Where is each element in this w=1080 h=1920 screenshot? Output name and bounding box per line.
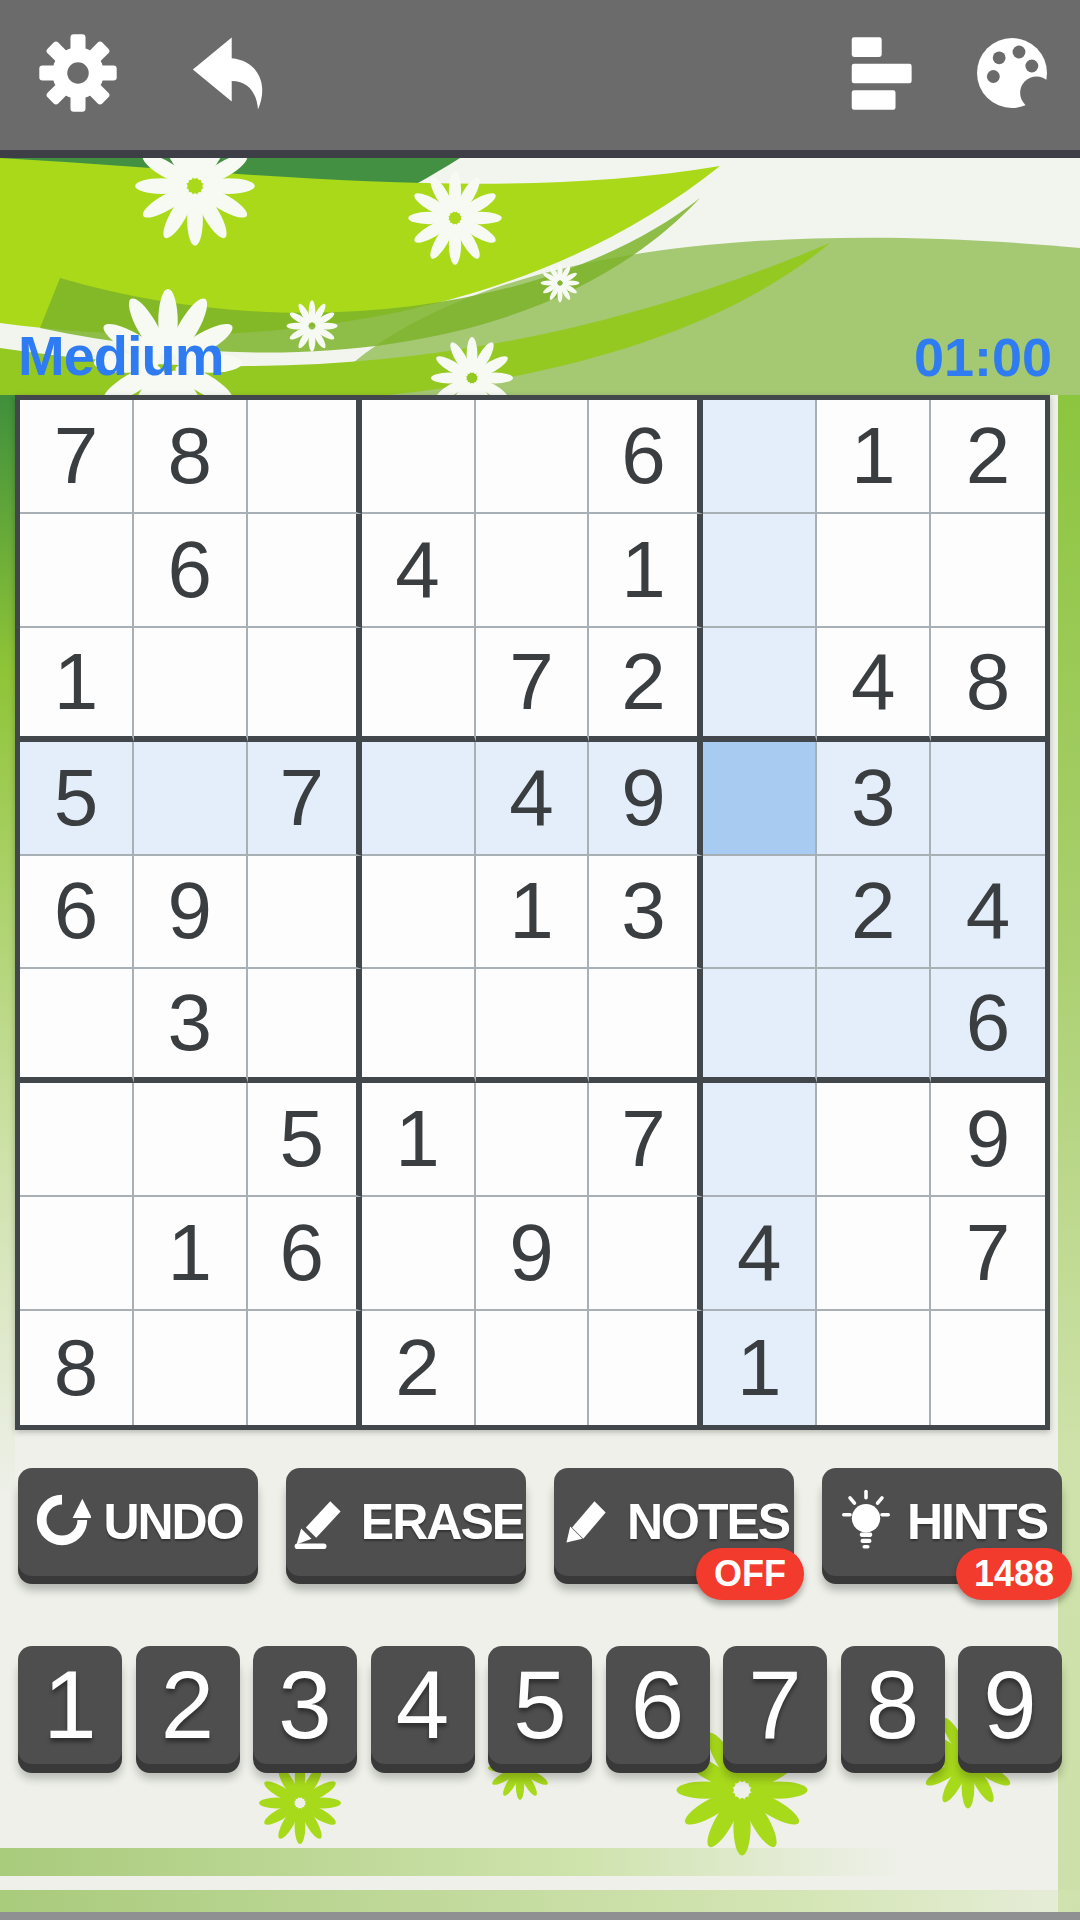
cell-r2c1[interactable] — [20, 514, 134, 628]
undo-circular-arrow-icon — [33, 1491, 91, 1553]
cell-r3c9[interactable]: 8 — [931, 628, 1045, 742]
toolbar-divider — [0, 150, 1080, 158]
notes-off-badge: OFF — [696, 1548, 804, 1600]
cell-r5c4[interactable] — [362, 856, 476, 970]
cell-r6c5[interactable] — [476, 969, 590, 1083]
cell-r5c6[interactable]: 3 — [589, 856, 703, 970]
stats-bars-icon — [849, 35, 919, 115]
cell-r9c5[interactable] — [476, 1311, 590, 1425]
sudoku-board: 78612641172485749369132436517916947821 — [15, 395, 1050, 1430]
cell-r5c8[interactable]: 2 — [817, 856, 931, 970]
cell-r2c4[interactable]: 4 — [362, 514, 476, 628]
left-art-strip — [0, 395, 15, 1495]
theme-button[interactable] — [952, 15, 1072, 135]
numpad-button-3[interactable]: 3 — [253, 1646, 357, 1764]
erase-button[interactable]: ERASE — [286, 1468, 526, 1576]
cell-r3c7[interactable] — [703, 628, 817, 742]
undo-button[interactable]: UNDO — [18, 1468, 258, 1576]
numpad-button-9[interactable]: 9 — [958, 1646, 1062, 1764]
toolbar — [0, 0, 1080, 150]
cell-r2c5[interactable] — [476, 514, 590, 628]
undo-arrow-icon — [186, 33, 266, 117]
cell-r4c5[interactable]: 4 — [476, 742, 590, 856]
number-pad: 123456789 — [0, 1646, 1080, 1764]
cell-r2c3[interactable] — [248, 514, 362, 628]
cell-r6c1[interactable] — [20, 969, 134, 1083]
cell-r6c6[interactable] — [589, 969, 703, 1083]
numpad-button-1[interactable]: 1 — [18, 1646, 122, 1764]
notes-button[interactable]: NOTES OFF — [554, 1468, 794, 1576]
status-row: Medium 01:00 — [0, 312, 1080, 392]
cell-r8c5[interactable]: 9 — [476, 1197, 590, 1311]
cell-r4c2[interactable] — [134, 742, 248, 856]
cell-r3c3[interactable] — [248, 628, 362, 742]
erase-label: ERASE — [361, 1493, 523, 1551]
cell-r7c9[interactable]: 9 — [931, 1083, 1045, 1197]
cell-r5c2[interactable]: 9 — [134, 856, 248, 970]
cell-r6c2[interactable]: 3 — [134, 969, 248, 1083]
cell-r3c4[interactable] — [362, 628, 476, 742]
cell-r5c7[interactable] — [703, 856, 817, 970]
lightbulb-icon — [837, 1488, 895, 1556]
timer: 01:00 — [914, 326, 1052, 388]
cell-r1c5[interactable] — [476, 400, 590, 514]
hints-button[interactable]: HINTS 1488 — [822, 1468, 1062, 1576]
action-bar: UNDO ERASE NOTES OFF — [0, 1468, 1080, 1576]
difficulty-label: Medium — [18, 323, 224, 388]
cell-r9c7[interactable]: 1 — [703, 1311, 817, 1425]
eraser-pencil-icon — [289, 1490, 349, 1554]
cell-r6c8[interactable] — [817, 969, 931, 1083]
numpad-button-6[interactable]: 6 — [606, 1646, 710, 1764]
cell-r9c3[interactable] — [248, 1311, 362, 1425]
cell-r5c9[interactable]: 4 — [931, 856, 1045, 970]
cell-r8c9[interactable]: 7 — [931, 1197, 1045, 1311]
numpad-button-5[interactable]: 5 — [488, 1646, 592, 1764]
cell-r1c3[interactable] — [248, 400, 362, 514]
cell-r4c8[interactable]: 3 — [817, 742, 931, 856]
numpad-button-8[interactable]: 8 — [841, 1646, 945, 1764]
cell-r1c4[interactable] — [362, 400, 476, 514]
cell-r7c1[interactable] — [20, 1083, 134, 1197]
cell-r3c6[interactable]: 2 — [589, 628, 703, 742]
numpad-button-2[interactable]: 2 — [136, 1646, 240, 1764]
cell-r7c3[interactable]: 5 — [248, 1083, 362, 1197]
cell-r3c1[interactable]: 1 — [20, 628, 134, 742]
cell-r1c9[interactable]: 2 — [931, 400, 1045, 514]
cell-r8c4[interactable] — [362, 1197, 476, 1311]
gear-icon — [35, 30, 121, 120]
cell-r8c3[interactable]: 6 — [248, 1197, 362, 1311]
cell-r9c8[interactable] — [817, 1311, 931, 1425]
palette-icon — [970, 31, 1054, 119]
cell-r8c8[interactable] — [817, 1197, 931, 1311]
notes-label: NOTES — [627, 1493, 789, 1551]
cell-r1c8[interactable]: 1 — [817, 400, 931, 514]
cell-r8c7[interactable]: 4 — [703, 1197, 817, 1311]
cell-r9c2[interactable] — [134, 1311, 248, 1425]
cell-r7c8[interactable] — [817, 1083, 931, 1197]
cell-r4c3[interactable]: 7 — [248, 742, 362, 856]
cell-r1c7[interactable] — [703, 400, 817, 514]
cell-r2c9[interactable] — [931, 514, 1045, 628]
cell-r1c2[interactable]: 8 — [134, 400, 248, 514]
cell-r2c8[interactable] — [817, 514, 931, 628]
cell-r8c6[interactable] — [589, 1197, 703, 1311]
cell-r6c4[interactable] — [362, 969, 476, 1083]
settings-button[interactable] — [18, 15, 138, 135]
cell-r5c1[interactable]: 6 — [20, 856, 134, 970]
cell-r7c5[interactable] — [476, 1083, 590, 1197]
cell-r3c5[interactable]: 7 — [476, 628, 590, 742]
stats-button[interactable] — [824, 15, 944, 135]
cell-r1c6[interactable]: 6 — [589, 400, 703, 514]
hints-label: HINTS — [907, 1493, 1047, 1551]
cell-r2c6[interactable]: 1 — [589, 514, 703, 628]
cell-r3c8[interactable]: 4 — [817, 628, 931, 742]
cell-r4c4[interactable] — [362, 742, 476, 856]
cell-r9c6[interactable] — [589, 1311, 703, 1425]
cell-r5c3[interactable] — [248, 856, 362, 970]
cell-r2c7[interactable] — [703, 514, 817, 628]
cell-r3c2[interactable] — [134, 628, 248, 742]
hints-count-badge: 1488 — [956, 1548, 1072, 1600]
cell-r9c4[interactable]: 2 — [362, 1311, 476, 1425]
cell-r6c9[interactable]: 6 — [931, 969, 1045, 1083]
numpad-button-4[interactable]: 4 — [371, 1646, 475, 1764]
cell-r4c7[interactable] — [703, 742, 817, 856]
cell-r4c1[interactable]: 5 — [20, 742, 134, 856]
cell-r8c2[interactable]: 1 — [134, 1197, 248, 1311]
cell-r7c7[interactable] — [703, 1083, 817, 1197]
cell-r1c1[interactable]: 7 — [20, 400, 134, 514]
cell-r8c1[interactable] — [20, 1197, 134, 1311]
cell-r9c9[interactable] — [931, 1311, 1045, 1425]
cell-r7c4[interactable]: 1 — [362, 1083, 476, 1197]
cell-r4c6[interactable]: 9 — [589, 742, 703, 856]
undo-label: UNDO — [103, 1493, 242, 1551]
cell-r2c2[interactable]: 6 — [134, 514, 248, 628]
numpad-button-7[interactable]: 7 — [723, 1646, 827, 1764]
cell-r6c3[interactable] — [248, 969, 362, 1083]
cell-r6c7[interactable] — [703, 969, 817, 1083]
pencil-icon — [559, 1492, 615, 1552]
cell-r7c2[interactable] — [134, 1083, 248, 1197]
bottom-bar — [0, 1912, 1080, 1920]
cell-r5c5[interactable]: 1 — [476, 856, 590, 970]
cell-r7c6[interactable]: 7 — [589, 1083, 703, 1197]
back-button[interactable] — [166, 15, 286, 135]
cell-r4c9[interactable] — [931, 742, 1045, 856]
cell-r9c1[interactable]: 8 — [20, 1311, 134, 1425]
